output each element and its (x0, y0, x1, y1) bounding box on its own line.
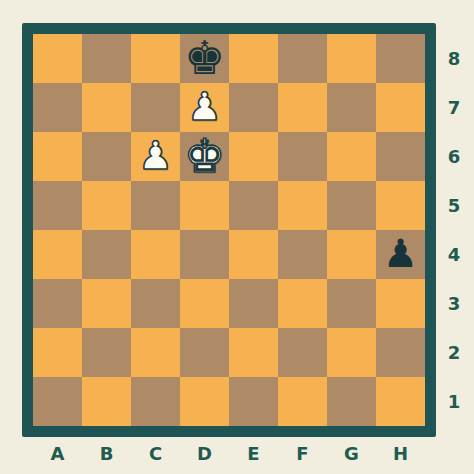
square-b7[interactable] (82, 83, 131, 132)
file-label-f: F (278, 438, 327, 468)
square-g8[interactable] (327, 34, 376, 83)
square-g1[interactable] (327, 377, 376, 426)
square-g4[interactable] (327, 230, 376, 279)
square-g3[interactable] (327, 279, 376, 328)
square-a2[interactable] (33, 328, 82, 377)
chess-diagram: ♚♟♟♚♟ ABCDEFGH 87654321 (0, 0, 474, 474)
square-a4[interactable] (33, 230, 82, 279)
file-label-c: C (131, 438, 180, 468)
square-h2[interactable] (376, 328, 425, 377)
square-d2[interactable] (180, 328, 229, 377)
square-e6[interactable] (229, 132, 278, 181)
square-f7[interactable] (278, 83, 327, 132)
square-h4[interactable]: ♟ (376, 230, 425, 279)
square-b8[interactable] (82, 34, 131, 83)
rank-label-4: 4 (440, 230, 468, 279)
square-g7[interactable] (327, 83, 376, 132)
square-e4[interactable] (229, 230, 278, 279)
square-b1[interactable] (82, 377, 131, 426)
square-d1[interactable] (180, 377, 229, 426)
black-king-d8[interactable]: ♚ (180, 34, 229, 83)
square-b4[interactable] (82, 230, 131, 279)
square-d7[interactable]: ♟ (180, 83, 229, 132)
rank-label-2: 2 (440, 328, 468, 377)
square-c3[interactable] (131, 279, 180, 328)
file-label-b: B (82, 438, 131, 468)
square-d3[interactable] (180, 279, 229, 328)
square-a8[interactable] (33, 34, 82, 83)
square-g2[interactable] (327, 328, 376, 377)
square-c2[interactable] (131, 328, 180, 377)
square-c7[interactable] (131, 83, 180, 132)
square-d8[interactable]: ♚ (180, 34, 229, 83)
square-f4[interactable] (278, 230, 327, 279)
square-c6[interactable]: ♟ (131, 132, 180, 181)
square-f5[interactable] (278, 181, 327, 230)
square-b5[interactable] (82, 181, 131, 230)
square-b3[interactable] (82, 279, 131, 328)
square-d4[interactable] (180, 230, 229, 279)
square-g5[interactable] (327, 181, 376, 230)
square-h7[interactable] (376, 83, 425, 132)
square-f6[interactable] (278, 132, 327, 181)
file-label-g: G (327, 438, 376, 468)
square-h5[interactable] (376, 181, 425, 230)
square-h6[interactable] (376, 132, 425, 181)
square-c5[interactable] (131, 181, 180, 230)
file-label-e: E (229, 438, 278, 468)
rank-label-5: 5 (440, 181, 468, 230)
square-h1[interactable] (376, 377, 425, 426)
square-a3[interactable] (33, 279, 82, 328)
square-f3[interactable] (278, 279, 327, 328)
square-c1[interactable] (131, 377, 180, 426)
rank-label-1: 1 (440, 377, 468, 426)
square-g6[interactable] (327, 132, 376, 181)
square-f1[interactable] (278, 377, 327, 426)
square-e3[interactable] (229, 279, 278, 328)
square-a7[interactable] (33, 83, 82, 132)
square-f8[interactable] (278, 34, 327, 83)
square-b2[interactable] (82, 328, 131, 377)
rank-label-7: 7 (440, 83, 468, 132)
black-pawn-h4[interactable]: ♟ (376, 230, 425, 279)
square-c4[interactable] (131, 230, 180, 279)
square-e2[interactable] (229, 328, 278, 377)
chess-board: ♚♟♟♚♟ (33, 34, 425, 426)
file-label-h: H (376, 438, 425, 468)
square-a1[interactable] (33, 377, 82, 426)
white-pawn-d7[interactable]: ♟ (180, 83, 229, 132)
square-d6[interactable]: ♚ (180, 132, 229, 181)
file-label-a: A (33, 438, 82, 468)
square-e7[interactable] (229, 83, 278, 132)
square-e1[interactable] (229, 377, 278, 426)
square-c8[interactable] (131, 34, 180, 83)
white-king-d6[interactable]: ♚ (180, 132, 229, 181)
rank-label-6: 6 (440, 132, 468, 181)
rank-label-3: 3 (440, 279, 468, 328)
rank-label-8: 8 (440, 34, 468, 83)
square-e8[interactable] (229, 34, 278, 83)
square-h8[interactable] (376, 34, 425, 83)
rank-labels: 87654321 (440, 34, 468, 426)
square-a5[interactable] (33, 181, 82, 230)
square-e5[interactable] (229, 181, 278, 230)
white-pawn-c6[interactable]: ♟ (131, 132, 180, 181)
square-h3[interactable] (376, 279, 425, 328)
square-f2[interactable] (278, 328, 327, 377)
square-a6[interactable] (33, 132, 82, 181)
file-label-d: D (180, 438, 229, 468)
file-labels: ABCDEFGH (33, 438, 425, 468)
square-b6[interactable] (82, 132, 131, 181)
square-d5[interactable] (180, 181, 229, 230)
board-frame: ♚♟♟♚♟ (22, 23, 436, 437)
